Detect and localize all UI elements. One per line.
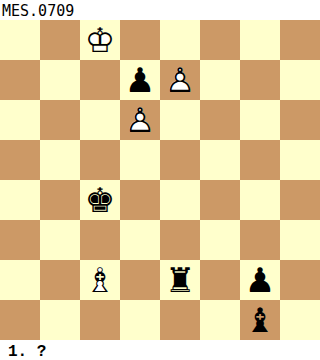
square-f1[interactable] (200, 300, 240, 340)
puzzle-id-label: MES.0709 (0, 0, 320, 20)
move-prompt-label: 1. ? (0, 340, 320, 360)
white-king: ♔ (80, 20, 120, 60)
black-bishop: ♝ (240, 300, 280, 340)
square-h3[interactable] (280, 220, 320, 260)
square-f2[interactable] (200, 260, 240, 300)
square-c3[interactable] (80, 220, 120, 260)
square-b5[interactable] (40, 140, 80, 180)
white-pawn: ♙ (160, 60, 200, 100)
square-g1[interactable]: ♝ (240, 300, 280, 340)
square-b4[interactable] (40, 180, 80, 220)
square-e6[interactable] (160, 100, 200, 140)
black-king: ♚ (80, 180, 120, 220)
square-e1[interactable] (160, 300, 200, 340)
square-a5[interactable] (0, 140, 40, 180)
square-a3[interactable] (0, 220, 40, 260)
square-a7[interactable] (0, 60, 40, 100)
square-c7[interactable] (80, 60, 120, 100)
square-b1[interactable] (40, 300, 80, 340)
square-g8[interactable] (240, 20, 280, 60)
square-g6[interactable] (240, 100, 280, 140)
square-h1[interactable] (280, 300, 320, 340)
square-a8[interactable] (0, 20, 40, 60)
black-pawn: ♟ (120, 60, 160, 100)
black-rook: ♜ (160, 260, 200, 300)
square-c8[interactable]: ♚♔ (80, 20, 120, 60)
square-c5[interactable] (80, 140, 120, 180)
square-g7[interactable] (240, 60, 280, 100)
square-d3[interactable] (120, 220, 160, 260)
white-pawn: ♙ (120, 100, 160, 140)
square-h2[interactable] (280, 260, 320, 300)
square-g5[interactable] (240, 140, 280, 180)
square-d4[interactable] (120, 180, 160, 220)
square-d7[interactable]: ♟ (120, 60, 160, 100)
chess-board: ♚♔♟♟♙♟♙♚♝♗♜♟♝ (0, 20, 320, 340)
square-b7[interactable] (40, 60, 80, 100)
square-b3[interactable] (40, 220, 80, 260)
square-c4[interactable]: ♚ (80, 180, 120, 220)
square-g3[interactable] (240, 220, 280, 260)
square-g4[interactable] (240, 180, 280, 220)
square-d2[interactable] (120, 260, 160, 300)
square-f7[interactable] (200, 60, 240, 100)
square-f8[interactable] (200, 20, 240, 60)
square-f3[interactable] (200, 220, 240, 260)
square-e2[interactable]: ♜ (160, 260, 200, 300)
square-e4[interactable] (160, 180, 200, 220)
square-c1[interactable] (80, 300, 120, 340)
square-a4[interactable] (0, 180, 40, 220)
square-b6[interactable] (40, 100, 80, 140)
square-e5[interactable] (160, 140, 200, 180)
square-h6[interactable] (280, 100, 320, 140)
square-c2[interactable]: ♝♗ (80, 260, 120, 300)
square-a1[interactable] (0, 300, 40, 340)
square-d8[interactable] (120, 20, 160, 60)
square-e7[interactable]: ♟♙ (160, 60, 200, 100)
square-d6[interactable]: ♟♙ (120, 100, 160, 140)
square-c6[interactable] (80, 100, 120, 140)
square-b2[interactable] (40, 260, 80, 300)
square-h7[interactable] (280, 60, 320, 100)
square-h8[interactable] (280, 20, 320, 60)
square-g2[interactable]: ♟ (240, 260, 280, 300)
square-h5[interactable] (280, 140, 320, 180)
square-a6[interactable] (0, 100, 40, 140)
square-f4[interactable] (200, 180, 240, 220)
square-b8[interactable] (40, 20, 80, 60)
black-pawn: ♟ (240, 260, 280, 300)
square-f5[interactable] (200, 140, 240, 180)
white-bishop: ♗ (80, 260, 120, 300)
square-d5[interactable] (120, 140, 160, 180)
square-a2[interactable] (0, 260, 40, 300)
square-e3[interactable] (160, 220, 200, 260)
square-d1[interactable] (120, 300, 160, 340)
square-f6[interactable] (200, 100, 240, 140)
square-h4[interactable] (280, 180, 320, 220)
square-e8[interactable] (160, 20, 200, 60)
